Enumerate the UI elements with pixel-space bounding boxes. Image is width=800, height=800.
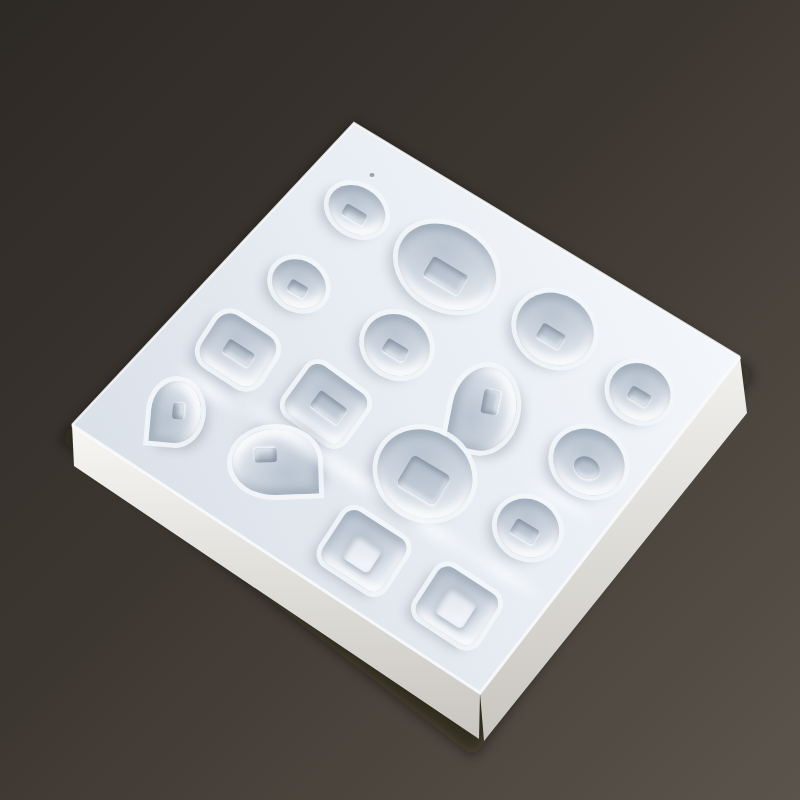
cavity-center-block bbox=[570, 452, 604, 484]
cavity-center-block bbox=[535, 323, 566, 350]
cavity-center-block bbox=[309, 390, 347, 425]
cavity-center-block bbox=[341, 203, 368, 226]
cavity-center-block bbox=[222, 338, 255, 367]
cavity-center-block bbox=[480, 388, 500, 415]
mold-cavity-circle bbox=[263, 249, 335, 318]
cavity-layer bbox=[0, 0, 800, 800]
mold-cavity-circle bbox=[503, 278, 608, 379]
cavity-center-block bbox=[627, 386, 653, 408]
product-photo-scene bbox=[0, 0, 800, 800]
mold-cavity-oval bbox=[382, 206, 512, 328]
cavity-center-block bbox=[510, 518, 541, 545]
cavity-center-block bbox=[172, 402, 184, 419]
cavity-center-block bbox=[434, 586, 479, 630]
mold-cavity-oval bbox=[319, 175, 394, 245]
mold-cavity-drop bbox=[445, 362, 524, 457]
cavity-center-block bbox=[423, 256, 469, 295]
surface-speck bbox=[370, 173, 375, 177]
mold-cavity-circle bbox=[599, 352, 682, 432]
cavity-center-block bbox=[286, 279, 308, 299]
cavity-center-block bbox=[255, 448, 277, 463]
cavity-center-block bbox=[396, 454, 451, 506]
cavity-center-block bbox=[341, 533, 383, 574]
mold-cavity-circle bbox=[352, 302, 441, 388]
cavity-center-block bbox=[382, 338, 410, 362]
